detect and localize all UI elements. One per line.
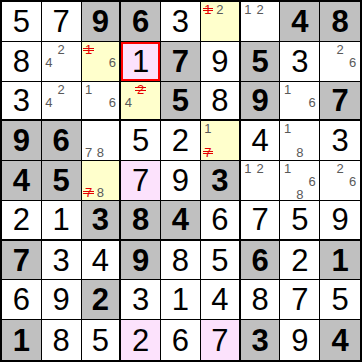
cell-r3c1[interactable]: 3 [2, 82, 42, 122]
cell-r4c7[interactable]: 4 [241, 121, 281, 161]
solved-digit: 5 [211, 245, 228, 276]
cell-r9c6[interactable]: 7 [201, 320, 241, 360]
solved-digit: 8 [13, 46, 30, 77]
pencil-marks: 12 [241, 161, 280, 200]
eliminated-candidate: 7 [83, 186, 95, 199]
cell-r5c4[interactable]: 7 [121, 161, 161, 201]
cell-r3c5[interactable]: 5 [161, 82, 201, 122]
given-digit: 7 [13, 245, 30, 276]
cell-r6c3[interactable]: 3 [82, 201, 122, 241]
solved-digit: 3 [53, 245, 70, 276]
given-digit: 4 [291, 6, 308, 37]
candidate: 6 [306, 96, 318, 109]
cell-r1c2[interactable]: 7 [42, 2, 82, 42]
solved-digit: 9 [331, 204, 348, 235]
given-digit: 6 [251, 245, 268, 276]
solved-digit: 2 [291, 245, 308, 276]
pencil-marks: 24 [121, 82, 160, 120]
solved-digit: 6 [211, 204, 228, 235]
given-digit: 4 [331, 325, 348, 356]
cell-r9c4[interactable]: 2 [121, 320, 161, 360]
cell-r4c4[interactable]: 5 [121, 121, 161, 161]
cell-r2c2[interactable]: 24 [42, 42, 82, 82]
candidate: 6 [346, 175, 359, 188]
cell-r6c2[interactable]: 1 [42, 201, 82, 241]
candidate: 8 [294, 188, 306, 201]
cell-r9c1[interactable]: 1 [2, 320, 42, 360]
pencil-marks: 78 [82, 121, 120, 160]
cell-r3c4[interactable]: 24 [121, 82, 161, 122]
eliminated-candidate: 7 [202, 146, 214, 159]
candidate: 8 [94, 146, 106, 159]
cell-r2c7[interactable]: 5 [241, 42, 281, 82]
solved-digit: 9 [291, 325, 308, 356]
cell-r8c8[interactable]: 7 [280, 280, 320, 320]
cell-r1c3[interactable]: 9 [82, 2, 122, 42]
cell-r9c8[interactable]: 9 [280, 320, 320, 360]
pencil-marks: 16 [82, 42, 120, 81]
cell-r8c3[interactable]: 2 [82, 280, 122, 320]
cell-r2c5[interactable]: 7 [161, 42, 201, 82]
candidate: 1 [83, 83, 95, 96]
solved-digit: 6 [172, 325, 189, 356]
cell-r5c3[interactable]: 78 [82, 161, 122, 201]
given-digit: 3 [92, 204, 109, 235]
solved-digit: 5 [291, 204, 308, 235]
cell-r4c9[interactable]: 3 [320, 121, 360, 161]
cell-r7c8[interactable]: 2 [280, 241, 320, 281]
cell-r7c3[interactable]: 4 [82, 241, 122, 281]
given-digit: 4 [172, 204, 189, 235]
cell-r7c7[interactable]: 6 [241, 241, 281, 281]
pencil-marks: 16 [280, 82, 319, 120]
candidate: 1 [281, 83, 293, 96]
given-digit: 5 [53, 165, 70, 196]
cell-r3c9[interactable]: 7 [320, 82, 360, 122]
cell-r1c8[interactable]: 4 [280, 2, 320, 42]
cell-r7c9[interactable]: 1 [320, 241, 360, 281]
solved-digit: 9 [53, 284, 70, 315]
cell-r8c2[interactable]: 9 [42, 280, 82, 320]
given-digit: 9 [251, 85, 268, 116]
solved-digit: 4 [211, 284, 228, 315]
cell-r9c2[interactable]: 8 [42, 320, 82, 360]
given-digit: 6 [53, 125, 70, 156]
cell-r8c4[interactable]: 3 [121, 280, 161, 320]
given-digit: 9 [13, 125, 30, 156]
solved-digit: 1 [132, 46, 149, 77]
solved-digit: 4 [251, 125, 268, 156]
candidate: 1 [202, 122, 214, 135]
candidate: 7 [83, 146, 95, 159]
pencil-marks: 24 [42, 42, 81, 81]
solved-digit: 7 [291, 284, 308, 315]
cell-r1c5[interactable]: 3 [161, 2, 201, 42]
solved-digit: 3 [132, 284, 149, 315]
given-digit: 7 [331, 85, 348, 116]
given-digit: 6 [132, 6, 149, 37]
cell-r7c5[interactable]: 8 [161, 241, 201, 281]
solved-digit: 6 [13, 284, 30, 315]
pencil-marks: 12 [201, 2, 239, 41]
pencil-marks: 24 [42, 82, 81, 120]
eliminated-candidate: 1 [83, 43, 95, 56]
given-digit: 7 [172, 46, 189, 77]
given-digit: 3 [251, 325, 268, 356]
cell-r4c3[interactable]: 78 [82, 121, 122, 161]
pencil-marks: 78 [82, 161, 120, 200]
solved-digit: 3 [291, 46, 308, 77]
given-digit: 2 [92, 284, 109, 315]
candidate: 1 [242, 162, 254, 175]
given-digit: 3 [211, 165, 228, 196]
cell-r7c6[interactable]: 5 [201, 241, 241, 281]
given-digit: 1 [331, 245, 348, 276]
solved-digit: 8 [251, 284, 268, 315]
given-digit: 4 [13, 165, 30, 196]
given-digit: 8 [331, 6, 348, 37]
pencil-marks: 26 [320, 161, 360, 200]
cell-r5c9[interactable]: 26 [320, 161, 360, 201]
cell-r8c6[interactable]: 4 [201, 280, 241, 320]
cell-r6c9[interactable]: 9 [320, 201, 360, 241]
cell-r5c7[interactable]: 12 [241, 161, 281, 201]
cell-r5c8[interactable]: 168 [280, 161, 320, 201]
cell-r5c5[interactable]: 9 [161, 161, 201, 201]
sudoku-board: 5796312124882416179532632416245891679678… [0, 0, 362, 362]
candidate: 2 [254, 3, 266, 16]
solved-digit: 5 [13, 6, 30, 37]
cell-r1c1[interactable]: 5 [2, 2, 42, 42]
cell-r1c9[interactable]: 8 [320, 2, 360, 42]
cell-r4c8[interactable]: 18 [280, 121, 320, 161]
given-digit: 1 [13, 325, 30, 356]
candidate: 6 [306, 175, 318, 188]
cell-r6c6[interactable]: 6 [201, 201, 241, 241]
candidate: 6 [346, 56, 359, 69]
pencil-marks: 12 [241, 2, 280, 41]
cell-r8c1[interactable]: 6 [2, 280, 42, 320]
cell-r8c9[interactable]: 5 [320, 280, 360, 320]
solved-digit: 1 [172, 284, 189, 315]
cell-r5c1[interactable]: 4 [2, 161, 42, 201]
given-digit: 9 [92, 6, 109, 37]
solved-digit: 8 [53, 325, 70, 356]
cell-r3c7[interactable]: 9 [241, 82, 281, 122]
candidate: 4 [43, 56, 55, 69]
pencil-marks: 26 [320, 42, 360, 81]
cell-r3c2[interactable]: 24 [42, 82, 82, 122]
cell-r6c4[interactable]: 8 [121, 201, 161, 241]
cell-r3c8[interactable]: 16 [280, 82, 320, 122]
candidate: 2 [55, 83, 67, 96]
pencil-marks: 17 [201, 121, 239, 160]
cell-r4c2[interactable]: 6 [42, 121, 82, 161]
candidate: 1 [281, 122, 293, 135]
candidate: 6 [106, 56, 118, 69]
given-digit: 8 [132, 204, 149, 235]
candidate: 8 [94, 186, 106, 199]
pencil-marks: 16 [82, 82, 120, 120]
cell-r6c5[interactable]: 4 [161, 201, 201, 241]
solved-digit: 3 [172, 6, 189, 37]
cell-r4c5[interactable]: 2 [161, 121, 201, 161]
solved-digit: 5 [92, 325, 109, 356]
cell-r2c9[interactable]: 26 [320, 42, 360, 82]
candidate: 2 [214, 3, 226, 16]
candidate: 4 [122, 96, 134, 109]
solved-digit: 2 [132, 325, 149, 356]
solved-digit: 8 [211, 85, 228, 116]
eliminated-candidate: 1 [202, 3, 214, 16]
cell-r8c5[interactable]: 1 [161, 280, 201, 320]
solved-digit: 2 [172, 125, 189, 156]
cell-r9c7[interactable]: 3 [241, 320, 281, 360]
cell-r9c5[interactable]: 6 [161, 320, 201, 360]
cell-r6c8[interactable]: 5 [280, 201, 320, 241]
cell-r9c3[interactable]: 5 [82, 320, 122, 360]
cell-r1c7[interactable]: 12 [241, 2, 281, 42]
solved-digit: 2 [13, 204, 30, 235]
pencil-marks: 18 [280, 121, 319, 160]
eliminated-candidate: 2 [135, 83, 147, 96]
given-digit: 5 [251, 46, 268, 77]
solved-digit: 7 [53, 6, 70, 37]
cell-r2c3[interactable]: 16 [82, 42, 122, 82]
candidate: 6 [106, 96, 118, 109]
cell-r1c4[interactable]: 6 [121, 2, 161, 42]
given-digit: 9 [132, 245, 149, 276]
cell-r6c7[interactable]: 7 [241, 201, 281, 241]
solved-digit: 3 [331, 125, 348, 156]
cell-r9c9[interactable]: 4 [320, 320, 360, 360]
solved-digit: 9 [211, 46, 228, 77]
cell-r7c2[interactable]: 3 [42, 241, 82, 281]
pencil-marks: 168 [280, 161, 319, 200]
solved-digit: 3 [13, 85, 30, 116]
candidate: 8 [294, 146, 306, 159]
candidate: 4 [43, 96, 55, 109]
cell-r2c6[interactable]: 9 [201, 42, 241, 82]
cell-r2c1[interactable]: 8 [2, 42, 42, 82]
solved-digit: 7 [132, 165, 149, 196]
cell-r3c3[interactable]: 16 [82, 82, 122, 122]
cell-r6c1[interactable]: 2 [2, 201, 42, 241]
candidate: 2 [334, 43, 347, 56]
given-digit: 5 [172, 85, 189, 116]
cell-r8c7[interactable]: 8 [241, 280, 281, 320]
cell-r3c6[interactable]: 8 [201, 82, 241, 122]
cell-r5c6[interactable]: 3 [201, 161, 241, 201]
cell-r1c6[interactable]: 12 [201, 2, 241, 42]
cell-r2c4[interactable]: 1 [121, 42, 161, 82]
solved-digit: 5 [132, 125, 149, 156]
solved-digit: 9 [172, 165, 189, 196]
candidate: 1 [242, 3, 254, 16]
candidate: 2 [55, 43, 67, 56]
solved-digit: 1 [53, 204, 70, 235]
cell-r2c8[interactable]: 3 [280, 42, 320, 82]
cell-r7c1[interactable]: 7 [2, 241, 42, 281]
cell-r4c1[interactable]: 9 [2, 121, 42, 161]
solved-digit: 5 [331, 284, 348, 315]
solved-digit: 7 [251, 204, 268, 235]
candidate: 2 [334, 162, 347, 175]
cell-r4c6[interactable]: 17 [201, 121, 241, 161]
solved-digit: 4 [92, 245, 109, 276]
solved-digit: 8 [172, 245, 189, 276]
cell-r5c2[interactable]: 5 [42, 161, 82, 201]
cell-r7c4[interactable]: 9 [121, 241, 161, 281]
solved-digit: 7 [211, 325, 228, 356]
candidate: 1 [281, 162, 293, 175]
candidate: 2 [254, 162, 266, 175]
